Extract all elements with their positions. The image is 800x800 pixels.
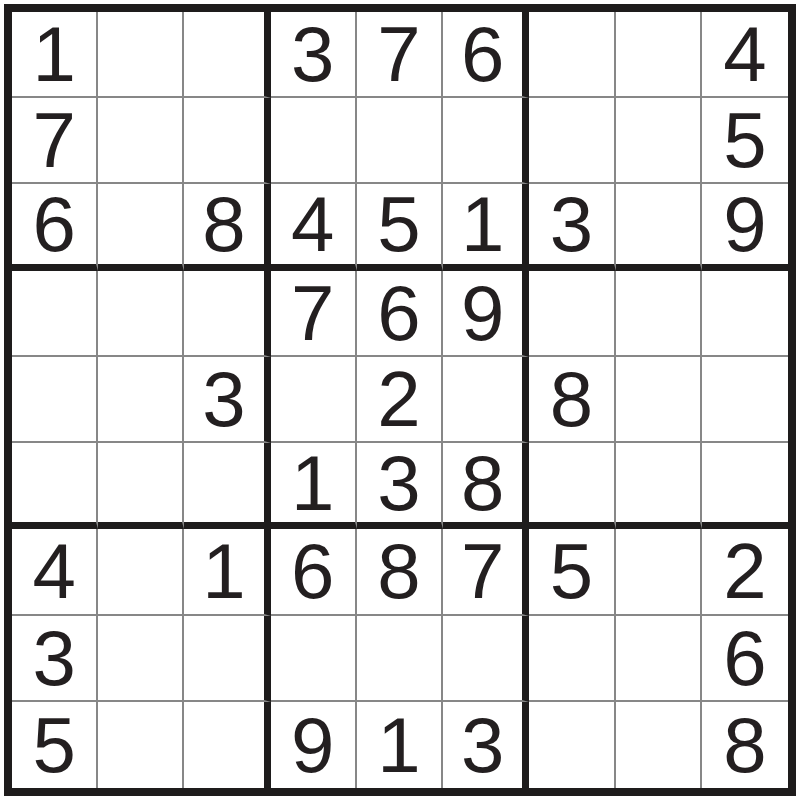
cell-r4c2[interactable] (98, 271, 184, 357)
cell-r4c4[interactable]: 7 (271, 271, 357, 357)
cell-r4c5[interactable]: 6 (357, 271, 443, 357)
cell-r6c6[interactable]: 8 (443, 443, 529, 529)
cell-r4c3[interactable] (184, 271, 270, 357)
cell-r1c8[interactable] (616, 12, 702, 98)
cell-r5c7[interactable]: 8 (529, 357, 615, 443)
cell-r9c3[interactable] (184, 702, 270, 788)
cell-r4c6[interactable]: 9 (443, 271, 529, 357)
cell-r2c8[interactable] (616, 98, 702, 184)
cell-r7c3[interactable]: 1 (184, 529, 270, 615)
sudoku-grid: 1376475684513976932813841687523659138 (4, 4, 796, 796)
cell-r4c9[interactable] (702, 271, 788, 357)
cell-r7c9[interactable]: 2 (702, 529, 788, 615)
cell-r6c8[interactable] (616, 443, 702, 529)
cell-r2c3[interactable] (184, 98, 270, 184)
cell-r5c8[interactable] (616, 357, 702, 443)
cell-r4c1[interactable] (12, 271, 98, 357)
cell-r3c1[interactable]: 6 (12, 184, 98, 270)
cell-r6c7[interactable] (529, 443, 615, 529)
cell-r5c9[interactable] (702, 357, 788, 443)
cell-r3c9[interactable]: 9 (702, 184, 788, 270)
cell-r6c9[interactable] (702, 443, 788, 529)
cell-r9c7[interactable] (529, 702, 615, 788)
cell-r8c3[interactable] (184, 616, 270, 702)
cell-r3c8[interactable] (616, 184, 702, 270)
cell-r5c3[interactable]: 3 (184, 357, 270, 443)
cell-r9c8[interactable] (616, 702, 702, 788)
cell-r1c3[interactable] (184, 12, 270, 98)
cell-r8c6[interactable] (443, 616, 529, 702)
cell-r2c2[interactable] (98, 98, 184, 184)
cell-r3c2[interactable] (98, 184, 184, 270)
cell-r3c3[interactable]: 8 (184, 184, 270, 270)
cell-r1c5[interactable]: 7 (357, 12, 443, 98)
cell-r2c4[interactable] (271, 98, 357, 184)
cell-r6c4[interactable]: 1 (271, 443, 357, 529)
cell-r8c1[interactable]: 3 (12, 616, 98, 702)
cell-r1c4[interactable]: 3 (271, 12, 357, 98)
cell-r9c5[interactable]: 1 (357, 702, 443, 788)
cell-r1c9[interactable]: 4 (702, 12, 788, 98)
cell-r7c5[interactable]: 8 (357, 529, 443, 615)
cell-r6c5[interactable]: 3 (357, 443, 443, 529)
cell-r7c6[interactable]: 7 (443, 529, 529, 615)
cell-r9c9[interactable]: 8 (702, 702, 788, 788)
cell-r8c8[interactable] (616, 616, 702, 702)
cell-r6c1[interactable] (12, 443, 98, 529)
cell-r9c6[interactable]: 3 (443, 702, 529, 788)
cell-r6c2[interactable] (98, 443, 184, 529)
cell-r1c7[interactable] (529, 12, 615, 98)
cell-r2c5[interactable] (357, 98, 443, 184)
cell-r3c4[interactable]: 4 (271, 184, 357, 270)
cell-r2c6[interactable] (443, 98, 529, 184)
cell-r4c8[interactable] (616, 271, 702, 357)
cell-r5c4[interactable] (271, 357, 357, 443)
cell-r9c1[interactable]: 5 (12, 702, 98, 788)
cell-r7c7[interactable]: 5 (529, 529, 615, 615)
cell-r2c7[interactable] (529, 98, 615, 184)
cell-r3c6[interactable]: 1 (443, 184, 529, 270)
cell-r8c4[interactable] (271, 616, 357, 702)
cell-r1c2[interactable] (98, 12, 184, 98)
cell-r8c5[interactable] (357, 616, 443, 702)
cell-r1c6[interactable]: 6 (443, 12, 529, 98)
cell-r2c1[interactable]: 7 (12, 98, 98, 184)
cell-r8c7[interactable] (529, 616, 615, 702)
cell-r6c3[interactable] (184, 443, 270, 529)
cell-r7c4[interactable]: 6 (271, 529, 357, 615)
cell-r1c1[interactable]: 1 (12, 12, 98, 98)
cell-r3c7[interactable]: 3 (529, 184, 615, 270)
cell-r7c2[interactable] (98, 529, 184, 615)
cell-r2c9[interactable]: 5 (702, 98, 788, 184)
cell-r4c7[interactable] (529, 271, 615, 357)
cell-r7c8[interactable] (616, 529, 702, 615)
cell-r9c2[interactable] (98, 702, 184, 788)
cell-r5c2[interactable] (98, 357, 184, 443)
cell-r5c1[interactable] (12, 357, 98, 443)
cell-r8c9[interactable]: 6 (702, 616, 788, 702)
sudoku-board: 1376475684513976932813841687523659138 (4, 4, 796, 796)
cell-r3c5[interactable]: 5 (357, 184, 443, 270)
cell-r8c2[interactable] (98, 616, 184, 702)
cell-r7c1[interactable]: 4 (12, 529, 98, 615)
cell-r5c5[interactable]: 2 (357, 357, 443, 443)
cell-r9c4[interactable]: 9 (271, 702, 357, 788)
cell-r5c6[interactable] (443, 357, 529, 443)
